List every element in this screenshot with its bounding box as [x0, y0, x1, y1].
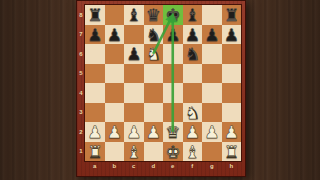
- app-background: 87654321 ♜♝♛♚♝♜♟♟♞♟♟♟♟♟♞♞♞♟♟♟♟♛♟♟♟♜♝♚♝♜ …: [0, 0, 320, 180]
- square-e2[interactable]: ♛: [163, 122, 183, 142]
- rank-label-3: 3: [77, 103, 85, 123]
- rank-labels: 87654321: [77, 5, 85, 161]
- square-c3[interactable]: [124, 103, 144, 123]
- square-g8[interactable]: [202, 5, 222, 25]
- square-h2[interactable]: ♟: [222, 122, 242, 142]
- square-g7[interactable]: ♟: [202, 25, 222, 45]
- piece-white-knight-f3[interactable]: ♞: [183, 103, 203, 123]
- square-a2[interactable]: ♟: [85, 122, 105, 142]
- square-f5[interactable]: [183, 64, 203, 84]
- square-a3[interactable]: [85, 103, 105, 123]
- rank-label-6: 6: [77, 44, 85, 64]
- piece-white-pawn-b2[interactable]: ♟: [105, 122, 125, 142]
- square-d4[interactable]: [144, 83, 164, 103]
- file-label-f: f: [183, 161, 203, 178]
- file-label-e: e: [163, 161, 183, 178]
- piece-black-knight-d7[interactable]: ♞: [144, 25, 164, 45]
- square-f8[interactable]: ♝: [183, 5, 203, 25]
- square-c5[interactable]: [124, 64, 144, 84]
- square-c6[interactable]: ♟: [124, 44, 144, 64]
- square-e4[interactable]: [163, 83, 183, 103]
- piece-white-rook-a1[interactable]: ♜: [85, 142, 105, 162]
- square-d3[interactable]: [144, 103, 164, 123]
- file-label-c: c: [124, 161, 144, 178]
- square-a8[interactable]: ♜: [85, 5, 105, 25]
- piece-white-pawn-d2[interactable]: ♟: [144, 122, 164, 142]
- piece-white-pawn-h2[interactable]: ♟: [222, 122, 242, 142]
- piece-black-bishop-c8[interactable]: ♝: [124, 5, 144, 25]
- piece-black-pawn-e7[interactable]: ♟: [163, 25, 183, 45]
- square-f1[interactable]: ♝: [183, 142, 203, 162]
- square-h8[interactable]: ♜: [222, 5, 242, 25]
- square-c8[interactable]: ♝: [124, 5, 144, 25]
- square-b4[interactable]: [105, 83, 125, 103]
- square-b5[interactable]: [105, 64, 125, 84]
- chess-board-frame: 87654321 ♜♝♛♚♝♜♟♟♞♟♟♟♟♟♞♞♞♟♟♟♟♛♟♟♟♜♝♚♝♜ …: [76, 0, 246, 177]
- square-e8[interactable]: ♚: [163, 5, 183, 25]
- square-d1[interactable]: [144, 142, 164, 162]
- file-label-g: g: [202, 161, 222, 178]
- square-f6[interactable]: ♞: [183, 44, 203, 64]
- square-d7[interactable]: ♞: [144, 25, 164, 45]
- square-e7[interactable]: ♟: [163, 25, 183, 45]
- square-f7[interactable]: ♟: [183, 25, 203, 45]
- square-a5[interactable]: [85, 64, 105, 84]
- square-e3[interactable]: [163, 103, 183, 123]
- piece-white-knight-d6[interactable]: ♞: [144, 44, 164, 64]
- piece-white-bishop-f1[interactable]: ♝: [183, 142, 203, 162]
- piece-white-queen-e2[interactable]: ♛: [163, 122, 183, 142]
- square-f4[interactable]: [183, 83, 203, 103]
- piece-black-pawn-c6[interactable]: ♟: [124, 44, 144, 64]
- square-g6[interactable]: [202, 44, 222, 64]
- file-label-b: b: [105, 161, 125, 178]
- square-g4[interactable]: [202, 83, 222, 103]
- square-c4[interactable]: [124, 83, 144, 103]
- square-h6[interactable]: [222, 44, 242, 64]
- square-b8[interactable]: [105, 5, 125, 25]
- square-h1[interactable]: ♜: [222, 142, 242, 162]
- piece-black-rook-a8[interactable]: ♜: [85, 5, 105, 25]
- square-b2[interactable]: ♟: [105, 122, 125, 142]
- square-g3[interactable]: [202, 103, 222, 123]
- square-h7[interactable]: ♟: [222, 25, 242, 45]
- piece-white-bishop-c1[interactable]: ♝: [124, 142, 144, 162]
- square-b3[interactable]: [105, 103, 125, 123]
- square-d6[interactable]: ♞: [144, 44, 164, 64]
- square-g5[interactable]: [202, 64, 222, 84]
- square-f3[interactable]: ♞: [183, 103, 203, 123]
- file-label-a: a: [85, 161, 105, 178]
- piece-black-pawn-f7[interactable]: ♟: [183, 25, 203, 45]
- square-f2[interactable]: ♟: [183, 122, 203, 142]
- piece-white-pawn-f2[interactable]: ♟: [183, 122, 203, 142]
- piece-black-queen-d8[interactable]: ♛: [144, 5, 164, 25]
- square-c2[interactable]: ♟: [124, 122, 144, 142]
- file-label-d: d: [144, 161, 164, 178]
- piece-white-pawn-g2[interactable]: ♟: [202, 122, 222, 142]
- rank-label-7: 7: [77, 25, 85, 45]
- square-e5[interactable]: [163, 64, 183, 84]
- rank-label-5: 5: [77, 64, 85, 84]
- rank-label-2: 2: [77, 122, 85, 142]
- piece-white-pawn-a2[interactable]: ♟: [85, 122, 105, 142]
- square-a1[interactable]: ♜: [85, 142, 105, 162]
- square-a7[interactable]: ♟: [85, 25, 105, 45]
- rank-label-1: 1: [77, 142, 85, 162]
- square-d2[interactable]: ♟: [144, 122, 164, 142]
- square-b6[interactable]: [105, 44, 125, 64]
- square-e6[interactable]: [163, 44, 183, 64]
- piece-black-rook-h8[interactable]: ♜: [222, 5, 242, 25]
- piece-white-king-e1[interactable]: ♚: [163, 142, 183, 162]
- square-d5[interactable]: [144, 64, 164, 84]
- square-b7[interactable]: ♟: [105, 25, 125, 45]
- piece-black-pawn-g7[interactable]: ♟: [202, 25, 222, 45]
- file-labels: abcdefgh: [85, 161, 241, 178]
- piece-white-rook-h1[interactable]: ♜: [222, 142, 242, 162]
- square-d8[interactable]: ♛: [144, 5, 164, 25]
- square-h4[interactable]: [222, 83, 242, 103]
- square-b1[interactable]: [105, 142, 125, 162]
- square-a6[interactable]: [85, 44, 105, 64]
- piece-black-king-e8[interactable]: ♚: [163, 5, 183, 25]
- piece-black-bishop-f8[interactable]: ♝: [183, 5, 203, 25]
- file-label-h: h: [222, 161, 242, 178]
- piece-black-pawn-a7[interactable]: ♟: [85, 25, 105, 45]
- square-a4[interactable]: [85, 83, 105, 103]
- rank-label-4: 4: [77, 83, 85, 103]
- square-e1[interactable]: ♚: [163, 142, 183, 162]
- square-g1[interactable]: [202, 142, 222, 162]
- piece-black-knight-f6[interactable]: ♞: [183, 44, 203, 64]
- rank-label-8: 8: [77, 5, 85, 25]
- square-c1[interactable]: ♝: [124, 142, 144, 162]
- square-h5[interactable]: [222, 64, 242, 84]
- square-c7[interactable]: [124, 25, 144, 45]
- chess-board: ♜♝♛♚♝♜♟♟♞♟♟♟♟♟♞♞♞♟♟♟♟♛♟♟♟♜♝♚♝♜: [85, 5, 241, 161]
- square-g2[interactable]: ♟: [202, 122, 222, 142]
- square-h3[interactable]: [222, 103, 242, 123]
- piece-black-pawn-h7[interactable]: ♟: [222, 25, 242, 45]
- piece-black-pawn-b7[interactable]: ♟: [105, 25, 125, 45]
- piece-white-pawn-c2[interactable]: ♟: [124, 122, 144, 142]
